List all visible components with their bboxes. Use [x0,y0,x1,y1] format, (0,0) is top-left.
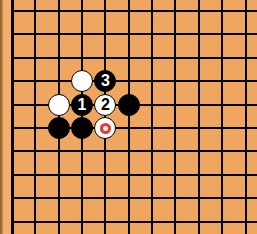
circle-marker-icon [100,123,111,134]
stone-black-move-1: 1 [71,94,93,116]
stone-white-circle-marked [94,117,116,139]
move-number-2: 2 [101,96,110,112]
stone-white-move-2: 2 [94,94,116,116]
move-number-1: 1 [78,96,87,112]
stone-black [48,117,70,139]
stone-white [48,94,70,116]
stone-black [71,117,93,139]
move-number-3: 3 [101,73,110,89]
stone-black [118,94,140,116]
stone-white [71,70,93,92]
stone-black-move-3: 3 [94,70,116,92]
stones-layer: 312 [0,0,257,234]
go-board: 312 [0,0,257,234]
